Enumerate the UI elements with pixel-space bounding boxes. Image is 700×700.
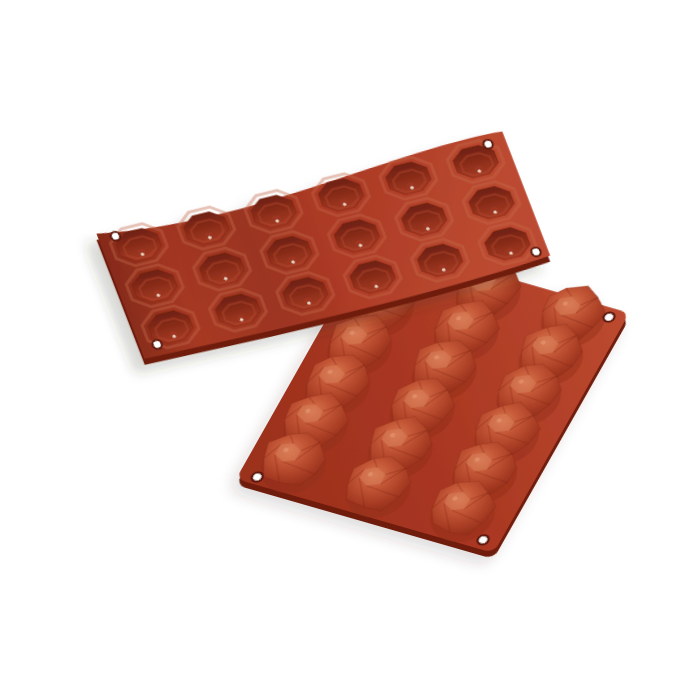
mold-photo-svg: [0, 0, 700, 700]
product-photo: [0, 0, 700, 700]
